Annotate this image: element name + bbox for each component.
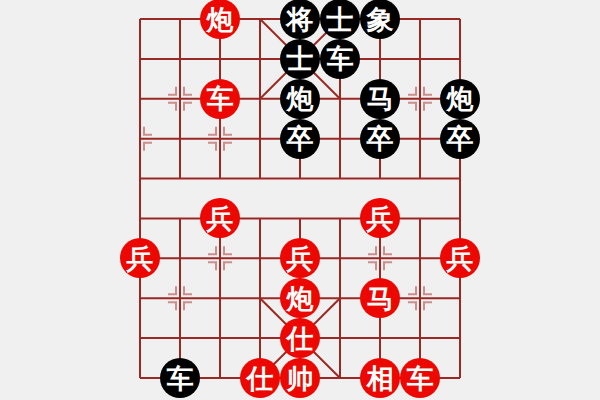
piece-red-chariot[interactable]: 车 — [200, 79, 240, 119]
piece-red-advisor[interactable]: 仕 — [280, 318, 320, 358]
piece-red-chariot[interactable]: 车 — [400, 358, 440, 398]
piece-black-elephant[interactable]: 象 — [360, 0, 400, 39]
piece-black-chariot[interactable]: 车 — [160, 358, 200, 398]
piece-black-chariot[interactable]: 车 — [320, 39, 360, 79]
piece-red-horse[interactable]: 马 — [360, 278, 400, 318]
piece-black-cannon[interactable]: 炮 — [440, 79, 480, 119]
piece-red-general[interactable]: 帅 — [280, 358, 320, 398]
piece-black-general[interactable]: 将 — [280, 0, 320, 39]
xiangqi-board[interactable]: 炮将士象士车车炮马炮卒卒卒兵兵兵兵兵炮马仕车仕帅相车 — [0, 0, 600, 400]
piece-black-advisor[interactable]: 士 — [280, 39, 320, 79]
piece-black-advisor[interactable]: 士 — [320, 0, 360, 39]
piece-red-cannon[interactable]: 炮 — [280, 278, 320, 318]
piece-red-elephant[interactable]: 相 — [360, 358, 400, 398]
piece-red-advisor[interactable]: 仕 — [240, 358, 280, 398]
piece-black-soldier[interactable]: 卒 — [440, 119, 480, 159]
piece-red-cannon[interactable]: 炮 — [200, 0, 240, 39]
piece-black-soldier[interactable]: 卒 — [280, 119, 320, 159]
piece-black-horse[interactable]: 马 — [360, 79, 400, 119]
piece-black-cannon[interactable]: 炮 — [280, 79, 320, 119]
piece-black-soldier[interactable]: 卒 — [360, 119, 400, 159]
